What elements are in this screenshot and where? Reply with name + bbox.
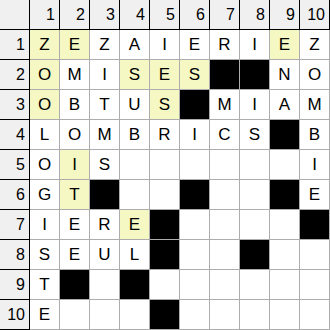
col-header-1: 1 — [30, 0, 60, 30]
row-header-10: 10 — [0, 300, 30, 330]
block-cell-r6-c6 — [180, 180, 210, 210]
cell-r9-c3[interactable] — [90, 270, 120, 300]
cell-r1-c7[interactable]: R — [210, 30, 240, 60]
cell-r4-c1[interactable]: L — [30, 120, 60, 150]
cell-r3-c10[interactable]: M — [300, 90, 330, 120]
cell-r10-c1[interactable]: E — [30, 300, 60, 330]
cell-r1-c3[interactable]: Z — [90, 30, 120, 60]
cell-r1-c10[interactable]: Z — [300, 30, 330, 60]
cell-r2-c9[interactable]: N — [270, 60, 300, 90]
corner-cell — [0, 0, 30, 30]
block-cell-r8-c8 — [240, 240, 270, 270]
cell-r6-c10[interactable]: E — [300, 180, 330, 210]
cell-r6-c4[interactable] — [120, 180, 150, 210]
row-header-9: 9 — [0, 270, 30, 300]
cell-r9-c9[interactable] — [270, 270, 300, 300]
cell-r9-c5[interactable] — [150, 270, 180, 300]
cell-r6-c7[interactable] — [210, 180, 240, 210]
cell-r5-c2[interactable]: I — [60, 150, 90, 180]
cell-r10-c2[interactable] — [60, 300, 90, 330]
cell-r4-c5[interactable]: R — [150, 120, 180, 150]
cell-r4-c4[interactable]: B — [120, 120, 150, 150]
cell-r1-c5[interactable]: I — [150, 30, 180, 60]
cell-r9-c1[interactable]: T — [30, 270, 60, 300]
row-header-5: 5 — [0, 150, 30, 180]
col-header-9: 9 — [270, 0, 300, 30]
row-header-8: 8 — [0, 240, 30, 270]
col-header-7: 7 — [210, 0, 240, 30]
cell-r6-c2[interactable]: T — [60, 180, 90, 210]
col-header-5: 5 — [150, 0, 180, 30]
cell-r7-c7[interactable] — [210, 210, 240, 240]
cell-r10-c3[interactable] — [90, 300, 120, 330]
cell-r9-c10[interactable] — [300, 270, 330, 300]
row-header-7: 7 — [0, 210, 30, 240]
cell-r4-c6[interactable]: I — [180, 120, 210, 150]
cell-r5-c1[interactable]: O — [30, 150, 60, 180]
col-header-6: 6 — [180, 0, 210, 30]
cell-r3-c5[interactable]: S — [150, 90, 180, 120]
cell-r7-c4[interactable]: E — [120, 210, 150, 240]
cell-r5-c8[interactable] — [240, 150, 270, 180]
cell-r6-c1[interactable]: G — [30, 180, 60, 210]
block-cell-r7-c10 — [300, 210, 330, 240]
cell-r9-c8[interactable] — [240, 270, 270, 300]
row-header-1: 1 — [0, 30, 30, 60]
cell-r6-c8[interactable] — [240, 180, 270, 210]
cell-r4-c8[interactable]: S — [240, 120, 270, 150]
cell-r3-c7[interactable]: M — [210, 90, 240, 120]
cell-r10-c4[interactable] — [120, 300, 150, 330]
block-cell-r6-c9 — [270, 180, 300, 210]
cell-r2-c3[interactable]: I — [90, 60, 120, 90]
row-header-4: 4 — [0, 120, 30, 150]
cell-r5-c10[interactable]: I — [300, 150, 330, 180]
block-cell-r3-c6 — [180, 90, 210, 120]
crossword-board: 123456789101ZEZAIERIEZ2OMISESNO3OBTUSMIA… — [0, 0, 330, 330]
cell-r10-c8[interactable] — [240, 300, 270, 330]
cell-r1-c8[interactable]: I — [240, 30, 270, 60]
cell-r8-c3[interactable]: U — [90, 240, 120, 270]
cell-r8-c4[interactable]: L — [120, 240, 150, 270]
cell-r1-c2[interactable]: E — [60, 30, 90, 60]
cell-r2-c10[interactable]: O — [300, 60, 330, 90]
col-header-3: 3 — [90, 0, 120, 30]
cell-r8-c2[interactable]: E — [60, 240, 90, 270]
cell-r7-c6[interactable] — [180, 210, 210, 240]
block-cell-r10-c5 — [150, 300, 180, 330]
cell-r8-c7[interactable] — [210, 240, 240, 270]
cell-r2-c1[interactable]: O — [30, 60, 60, 90]
cell-r3-c8[interactable]: I — [240, 90, 270, 120]
block-cell-r4-c9 — [270, 120, 300, 150]
cell-r5-c3[interactable]: S — [90, 150, 120, 180]
cell-r5-c5[interactable] — [150, 150, 180, 180]
cell-r10-c7[interactable] — [210, 300, 240, 330]
cell-r8-c9[interactable] — [270, 240, 300, 270]
cell-r4-c7[interactable]: C — [210, 120, 240, 150]
cell-r8-c10[interactable] — [300, 240, 330, 270]
row-header-3: 3 — [0, 90, 30, 120]
cell-r8-c1[interactable]: S — [30, 240, 60, 270]
cell-r4-c3[interactable]: M — [90, 120, 120, 150]
cell-r2-c6[interactable]: S — [180, 60, 210, 90]
cell-r2-c5[interactable]: E — [150, 60, 180, 90]
cell-r6-c5[interactable] — [150, 180, 180, 210]
cell-r10-c6[interactable] — [180, 300, 210, 330]
cell-r7-c1[interactable]: I — [30, 210, 60, 240]
cell-r1-c6[interactable]: E — [180, 30, 210, 60]
row-header-2: 2 — [0, 60, 30, 90]
cell-r10-c9[interactable] — [270, 300, 300, 330]
cell-r9-c6[interactable] — [180, 270, 210, 300]
cell-r3-c1[interactable]: O — [30, 90, 60, 120]
cell-r1-c1[interactable]: Z — [30, 30, 60, 60]
cell-r3-c3[interactable]: T — [90, 90, 120, 120]
cell-r3-c4[interactable]: U — [120, 90, 150, 120]
cell-r3-c9[interactable]: A — [270, 90, 300, 120]
col-header-4: 4 — [120, 0, 150, 30]
cell-r5-c9[interactable] — [270, 150, 300, 180]
cell-r7-c9[interactable] — [270, 210, 300, 240]
block-cell-r8-c5 — [150, 240, 180, 270]
cell-r1-c9[interactable]: E — [270, 30, 300, 60]
cell-r2-c4[interactable]: S — [120, 60, 150, 90]
block-cell-r2-c7 — [210, 60, 240, 90]
cell-r2-c2[interactable]: M — [60, 60, 90, 90]
cell-r3-c2[interactable]: B — [60, 90, 90, 120]
block-cell-r7-c5 — [150, 210, 180, 240]
cell-r5-c7[interactable] — [210, 150, 240, 180]
col-header-8: 8 — [240, 0, 270, 30]
cell-r10-c10[interactable] — [300, 300, 330, 330]
cell-r1-c4[interactable]: A — [120, 30, 150, 60]
cell-r4-c10[interactable]: B — [300, 120, 330, 150]
cell-r7-c3[interactable]: R — [90, 210, 120, 240]
block-cell-r9-c4 — [120, 270, 150, 300]
cell-r7-c8[interactable] — [240, 210, 270, 240]
cell-r4-c2[interactable]: O — [60, 120, 90, 150]
col-header-10: 10 — [300, 0, 330, 30]
cell-r8-c6[interactable] — [180, 240, 210, 270]
cell-r5-c6[interactable] — [180, 150, 210, 180]
block-cell-r9-c2 — [60, 270, 90, 300]
block-cell-r2-c8 — [240, 60, 270, 90]
cell-r9-c7[interactable] — [210, 270, 240, 300]
block-cell-r6-c3 — [90, 180, 120, 210]
col-header-2: 2 — [60, 0, 90, 30]
cell-r7-c2[interactable]: E — [60, 210, 90, 240]
row-header-6: 6 — [0, 180, 30, 210]
cell-r5-c4[interactable] — [120, 150, 150, 180]
